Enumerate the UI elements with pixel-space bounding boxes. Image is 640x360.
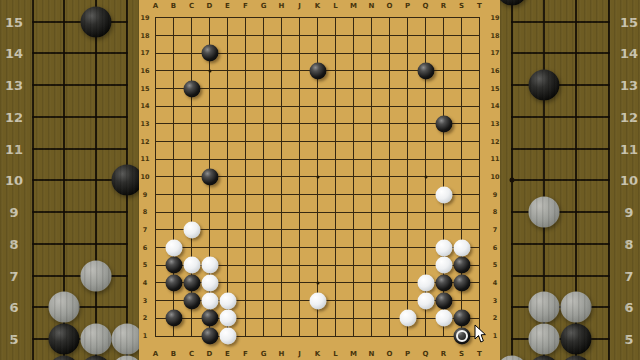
column-label-top: C [189,2,194,10]
column-label-top: Q [423,2,429,10]
mouse-cursor [473,324,487,344]
column-label-bottom: N [369,350,375,358]
backdrop-stone-R6 [529,292,560,323]
backdrop-row-label: 11 [5,141,23,156]
column-label-bottom: F [243,350,248,358]
stone-S6[interactable] [453,239,470,256]
backdrop-grid-line-horizontal [511,84,610,86]
column-label-top: L [333,2,337,10]
column-label-bottom: L [333,350,337,358]
column-label-bottom: H [279,350,285,358]
grid-line-vertical [407,18,408,337]
column-label-top: O [387,2,393,10]
row-label-left: 2 [143,314,148,322]
column-label-bottom: S [459,350,464,358]
backdrop-stone-C5 [80,324,111,355]
stone-B4[interactable] [165,274,182,291]
grid-line-vertical [389,18,390,337]
stone-B5[interactable] [165,257,182,274]
stone-R9[interactable] [435,186,452,203]
backdrop-stone-D4 [111,355,139,360]
row-label-left: 19 [140,14,149,22]
stone-S5[interactable] [453,257,470,274]
stone-D17[interactable] [201,45,218,62]
stone-E3[interactable] [219,292,236,309]
backdrop-stone-R4 [529,355,560,360]
backdrop-grid-line-horizontal [511,275,610,277]
column-label-top: T [477,2,482,10]
grid-line-horizontal [155,194,480,195]
row-label-right: 5 [493,261,498,269]
column-label-top: A [153,2,158,10]
stone-D10[interactable] [201,168,218,185]
row-label-right: 1 [493,332,498,340]
grid-line-vertical [281,18,282,337]
backdrop-grid-line-horizontal [32,52,128,54]
row-label-right: 13 [490,120,499,128]
backdrop-row-label: 11 [620,141,638,156]
row-label-left: 1 [143,332,148,340]
row-label-left: 4 [143,279,148,287]
backdrop-left-board: 15141312111098765 [0,0,139,360]
grid-line-vertical [371,18,372,337]
grid-line-horizontal [155,212,480,213]
row-label-right: 8 [493,208,498,216]
column-label-bottom: D [207,350,213,358]
stone-S4[interactable] [453,274,470,291]
column-label-bottom: Q [423,350,429,358]
column-label-bottom: T [477,350,482,358]
backdrop-grid-line-horizontal [511,52,610,54]
row-label-left: 10 [140,173,149,181]
backdrop-stone-C15 [80,6,111,37]
stone-C15[interactable] [183,80,200,97]
column-label-top: H [279,2,285,10]
stone-S2[interactable] [453,310,470,327]
row-label-left: 16 [140,67,149,75]
row-label-right: 9 [493,191,498,199]
grid-line-horizontal [155,247,480,248]
stone-D5[interactable] [201,257,218,274]
go-app-screen: 15141312111098765 15141312111098765 AABB… [0,0,640,360]
backdrop-stone-B6 [49,292,80,323]
stone-E1[interactable] [219,328,236,345]
column-label-top: N [369,2,375,10]
go-board[interactable]: AABBCCDDEEFFGGHHJJKKLLMMNNOOPPQQRRSSTT19… [139,0,500,360]
row-label-right: 15 [490,85,499,93]
stone-D3[interactable] [201,292,218,309]
backdrop-row-label: 12 [620,109,638,124]
stone-R2[interactable] [435,310,452,327]
stone-P2[interactable] [399,310,416,327]
backdrop-stone-B4 [49,355,80,360]
row-label-left: 18 [140,32,149,40]
backdrop-grid-line-horizontal [511,243,610,245]
backdrop-grid-line-horizontal [511,21,610,23]
last-move-marker [456,330,468,342]
column-label-top: M [350,2,357,10]
stone-C3[interactable] [183,292,200,309]
backdrop-stone-Q4 [500,355,528,360]
backdrop-row-label: 15 [620,14,638,29]
row-label-right: 14 [490,102,499,110]
backdrop-stone-S5 [561,324,592,355]
backdrop-stone-R13 [529,70,560,101]
grid-line-vertical [227,18,228,337]
backdrop-row-label: 9 [624,205,633,220]
backdrop-stone-R5 [529,324,560,355]
stone-R4[interactable] [435,274,452,291]
row-label-left: 11 [140,155,149,163]
row-label-right: 2 [493,314,498,322]
row-label-right: 10 [490,173,499,181]
backdrop-row-label: 9 [9,205,18,220]
row-label-right: 6 [493,244,498,252]
backdrop-row-label: 14 [5,46,23,61]
stone-R6[interactable] [435,239,452,256]
grid-line-horizontal [155,229,480,230]
stone-D4[interactable] [201,274,218,291]
column-label-top: P [405,2,410,10]
backdrop-stone-C7 [80,260,111,291]
stone-K16[interactable] [309,62,326,79]
grid-line-vertical [335,18,336,337]
column-label-bottom: K [315,350,320,358]
backdrop-right-board: 15141312111098765 [500,0,640,360]
column-label-top: K [315,2,320,10]
column-label-bottom: P [405,350,410,358]
backdrop-grid-line-horizontal [32,84,128,86]
row-label-right: 4 [493,279,498,287]
stone-Q3[interactable] [417,292,434,309]
stone-Q16[interactable] [417,62,434,79]
column-label-bottom: E [225,350,230,358]
stone-C5[interactable] [183,257,200,274]
row-label-right: 19 [490,14,499,22]
backdrop-row-label: 14 [620,46,638,61]
backdrop-stone-D5 [111,324,139,355]
row-label-right: 11 [490,155,499,163]
row-label-left: 15 [140,85,149,93]
column-label-bottom: C [189,350,194,358]
row-label-right: 12 [490,138,499,146]
backdrop-row-label: 10 [620,173,638,188]
row-label-right: 17 [490,49,499,57]
star-point [316,281,319,284]
column-label-top: F [243,2,248,10]
backdrop-row-label: 6 [9,300,18,315]
grid-line-vertical [155,18,156,337]
backdrop-stone-S4 [561,355,592,360]
stone-R5[interactable] [435,257,452,274]
row-label-left: 3 [143,297,148,305]
row-label-left: 8 [143,208,148,216]
stone-D2[interactable] [201,310,218,327]
star-point [208,69,211,72]
stone-Q4[interactable] [417,274,434,291]
backdrop-grid-line-horizontal [511,179,610,181]
row-label-left: 14 [140,102,149,110]
stone-B6[interactable] [165,239,182,256]
backdrop-grid-line-horizontal [32,148,128,150]
backdrop-stone-S6 [561,292,592,323]
backdrop-row-label: 7 [624,268,633,283]
backdrop-stone-R9 [529,197,560,228]
backdrop-grid-line-horizontal [32,211,128,213]
stone-B2[interactable] [165,310,182,327]
column-label-bottom: A [153,350,158,358]
backdrop-stone-Q16 [500,0,528,5]
row-label-left: 9 [143,191,148,199]
backdrop-stone-C4 [80,355,111,360]
star-point [424,175,427,178]
column-label-top: E [225,2,230,10]
backdrop-grid-line-horizontal [511,211,610,213]
stone-C7[interactable] [183,221,200,238]
column-label-bottom: J [298,350,301,358]
column-label-top: G [261,2,267,10]
row-label-left: 13 [140,120,149,128]
row-label-left: 6 [143,244,148,252]
backdrop-row-label: 13 [620,78,638,93]
row-label-left: 17 [140,49,149,57]
backdrop-row-label: 8 [624,236,633,251]
backdrop-grid-line-horizontal [511,116,610,118]
backdrop-grid-line-horizontal [32,116,128,118]
backdrop-row-label: 12 [5,109,23,124]
row-label-right: 18 [490,32,499,40]
column-label-top: S [459,2,464,10]
column-label-bottom: B [171,350,176,358]
row-label-right: 3 [493,297,498,305]
backdrop-grid-line-horizontal [32,306,128,308]
grid-line-vertical [299,18,300,337]
column-label-top: R [441,2,446,10]
star-point [316,175,319,178]
stone-E2[interactable] [219,310,236,327]
stone-R3[interactable] [435,292,452,309]
backdrop-row-label: 13 [5,78,23,93]
backdrop-row-label: 6 [624,300,633,315]
row-label-right: 7 [493,226,498,234]
column-label-bottom: O [387,350,393,358]
column-label-bottom: M [350,350,357,358]
stone-R13[interactable] [435,115,452,132]
backdrop-grid-line-horizontal [511,148,610,150]
backdrop-row-label: 8 [9,236,18,251]
backdrop-stone-D10 [111,165,139,196]
column-label-bottom: R [441,350,446,358]
column-label-bottom: G [261,350,267,358]
row-label-right: 16 [490,67,499,75]
backdrop-grid-line-horizontal [32,243,128,245]
grid-line-vertical [263,18,264,337]
stone-C4[interactable] [183,274,200,291]
column-label-top: B [171,2,176,10]
backdrop-row-label: 15 [5,14,23,29]
grid-line-vertical [245,18,246,337]
stone-K3[interactable] [309,292,326,309]
backdrop-star-point [510,178,515,183]
grid-line-vertical [479,18,480,337]
column-label-top: J [298,2,301,10]
row-label-left: 5 [143,261,148,269]
stone-D1[interactable] [201,328,218,345]
backdrop-row-label: 5 [624,332,633,347]
grid-line-vertical [353,18,354,337]
backdrop-stone-B5 [49,324,80,355]
backdrop-row-label: 10 [5,173,23,188]
row-label-left: 7 [143,226,148,234]
column-label-top: D [207,2,213,10]
backdrop-row-label: 7 [9,268,18,283]
backdrop-row-label: 5 [9,332,18,347]
row-label-left: 12 [140,138,149,146]
